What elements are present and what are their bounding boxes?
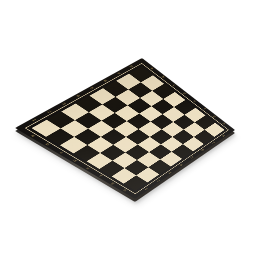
coord-label: 4	[178, 164, 182, 167]
coord-label: 8	[221, 135, 225, 138]
squares-grid	[32, 67, 225, 191]
coord-label: h	[222, 122, 226, 125]
photo-background: aa88bb77cc66dd55ee44ff33gg22hh11	[0, 0, 255, 255]
coord-label: d	[182, 92, 186, 95]
coord-label: 6	[200, 149, 204, 152]
coord-label: e	[193, 100, 197, 103]
chess-board: aa88bb77cc66dd55ee44ff33gg22hh11	[15, 58, 235, 199]
coord-label: b	[44, 143, 50, 146]
coord-label: 7	[115, 72, 120, 75]
coord-label: f	[203, 108, 207, 110]
coord-label: 1	[143, 188, 148, 191]
coord-label: 2	[155, 180, 160, 183]
coord-label: c	[172, 84, 176, 87]
coord-label: g	[110, 182, 115, 185]
coord-label: g	[212, 115, 216, 118]
coord-label: 1	[31, 119, 37, 123]
coord-label: 4	[75, 94, 81, 97]
coord-label: 8	[128, 65, 133, 68]
coord-label: e	[85, 167, 90, 170]
coord-label: b	[161, 75, 166, 78]
coord-label: h	[122, 189, 127, 192]
coord-label: 6	[102, 79, 107, 82]
coord-label: 3	[167, 172, 172, 175]
coord-label: 3	[60, 102, 66, 105]
coord-label: a	[30, 134, 36, 137]
coord-label: 7	[211, 142, 215, 145]
coord-label: c	[59, 151, 64, 154]
coord-label: 2	[46, 110, 52, 113]
coord-label: f	[98, 175, 102, 178]
coord-label: 5	[189, 156, 193, 159]
coord-label: 5	[89, 87, 94, 90]
coord-label: a	[150, 67, 155, 70]
coord-label: d	[72, 159, 78, 162]
